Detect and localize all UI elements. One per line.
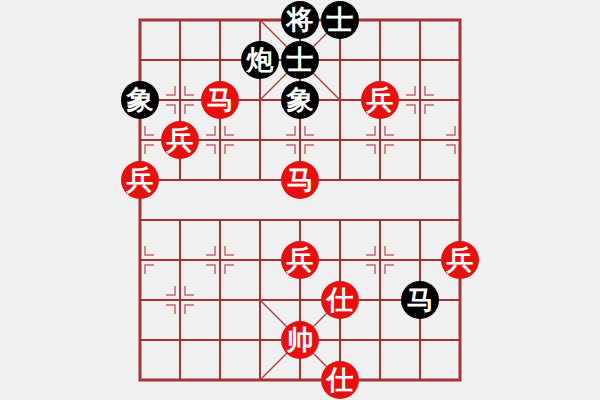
red-advisor[interactable]: 仕: [321, 361, 359, 399]
red-advisor[interactable]: 仕: [321, 281, 359, 319]
red-pawn[interactable]: 兵: [361, 81, 399, 119]
red-pawn[interactable]: 兵: [441, 241, 479, 279]
red-pawn[interactable]: 兵: [161, 121, 199, 159]
xiangqi-board: 将士炮士象马象兵兵兵马兵兵仕马帅仕: [0, 0, 600, 400]
black-advisor[interactable]: 士: [321, 1, 359, 39]
black-elephant[interactable]: 象: [281, 81, 319, 119]
red-horse[interactable]: 马: [201, 81, 239, 119]
black-advisor[interactable]: 士: [281, 41, 319, 79]
red-pawn[interactable]: 兵: [121, 161, 159, 199]
black-cannon[interactable]: 炮: [241, 41, 279, 79]
pieces-grid: 将士炮士象马象兵兵兵马兵兵仕马帅仕: [120, 0, 480, 400]
red-general[interactable]: 帅: [281, 321, 319, 359]
black-horse[interactable]: 马: [401, 281, 439, 319]
red-horse[interactable]: 马: [281, 161, 319, 199]
black-elephant[interactable]: 象: [121, 81, 159, 119]
red-pawn[interactable]: 兵: [281, 241, 319, 279]
black-general[interactable]: 将: [281, 1, 319, 39]
